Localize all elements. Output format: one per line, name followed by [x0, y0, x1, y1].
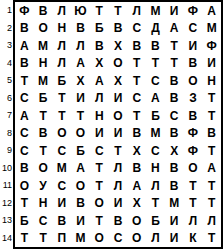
grid-cell[interactable]: И	[165, 2, 184, 20]
grid-cell[interactable]: Т	[127, 72, 146, 90]
grid-cell[interactable]: Н	[90, 107, 109, 125]
grid-cell[interactable]: О	[34, 160, 53, 178]
grid-cell[interactable]: Б	[146, 212, 165, 230]
grid-cell[interactable]: О	[127, 230, 146, 248]
grid-cell[interactable]: А	[15, 107, 34, 125]
grid-cell[interactable]: А	[90, 72, 109, 90]
grid-cell[interactable]: Д	[146, 20, 165, 38]
grid-cell[interactable]: О	[109, 55, 128, 73]
grid-cell[interactable]: В	[34, 2, 53, 20]
grid-cell[interactable]: Т	[165, 55, 184, 73]
grid-cell[interactable]: А	[202, 2, 221, 20]
grid-cell[interactable]: Т	[15, 230, 34, 248]
grid-cell[interactable]: В	[71, 20, 90, 38]
grid-cell[interactable]: С	[90, 142, 109, 160]
grid-cell[interactable]: И	[202, 55, 221, 73]
grid-cell[interactable]: Н	[34, 55, 53, 73]
grid-cell[interactable]: Ф	[15, 2, 34, 20]
grid-cell[interactable]: Х	[109, 37, 128, 55]
grid-cell[interactable]: О	[90, 230, 109, 248]
grid-cell[interactable]: Т	[52, 107, 71, 125]
grid-cell[interactable]: Б	[146, 107, 165, 125]
grid-cell[interactable]: М	[34, 72, 53, 90]
grid-cell[interactable]: О	[109, 107, 128, 125]
grid-cell[interactable]: В	[90, 37, 109, 55]
grid-cell[interactable]: Т	[71, 107, 90, 125]
grid-cell[interactable]: В	[165, 90, 184, 108]
grid-cell[interactable]: М	[34, 37, 53, 55]
grid-cell[interactable]: В	[127, 37, 146, 55]
grid-cell[interactable]: Б	[71, 142, 90, 160]
grid-cell[interactable]: Т	[90, 212, 109, 230]
grid-cell[interactable]: В	[127, 125, 146, 143]
grid-cell[interactable]: С	[34, 212, 53, 230]
grid-cell[interactable]: Т	[202, 107, 221, 125]
word-search-puzzle: 1234567891011121314 ФВЛЮТТЛМИФАВОНВБВСДА…	[0, 0, 223, 249]
grid-cell[interactable]: Т	[165, 37, 184, 55]
grid-cell[interactable]: Т	[90, 2, 109, 20]
grid-cell[interactable]: М	[71, 230, 90, 248]
grid-cell[interactable]: Х	[165, 142, 184, 160]
grid-cell[interactable]: В	[184, 55, 203, 73]
grid-cell[interactable]: О	[184, 160, 203, 178]
grid-cell[interactable]: С	[127, 90, 146, 108]
grid-cell[interactable]: М	[146, 2, 165, 20]
grid-cell[interactable]: Н	[34, 195, 53, 213]
grid-cell[interactable]: Л	[184, 212, 203, 230]
grid-cell[interactable]: С	[52, 142, 71, 160]
grid-cell[interactable]: Ф	[184, 2, 203, 20]
grid-cell[interactable]: Ф	[184, 125, 203, 143]
grid-cell[interactable]: А	[71, 55, 90, 73]
grid-cell[interactable]: С	[52, 177, 71, 195]
grid-cell[interactable]: О	[34, 20, 53, 38]
grid-cell[interactable]: А	[202, 160, 221, 178]
grid-cell[interactable]: Л	[52, 37, 71, 55]
grid-cell[interactable]: Т	[109, 142, 128, 160]
grid-cell[interactable]: Х	[127, 195, 146, 213]
grid-cell[interactable]: В	[109, 212, 128, 230]
grid-cell[interactable]: Ф	[184, 142, 203, 160]
grid-cell[interactable]: И	[165, 230, 184, 248]
grid-cell[interactable]: Н	[146, 160, 165, 178]
grid-cell[interactable]: В	[146, 37, 165, 55]
grid-cell[interactable]: Л	[109, 160, 128, 178]
row-number: 9	[0, 142, 13, 160]
grid-cell[interactable]: В	[202, 125, 221, 143]
grid-cell[interactable]: М	[202, 20, 221, 38]
row-number: 4	[0, 55, 13, 73]
grid-cell[interactable]: С	[146, 142, 165, 160]
grid-cell[interactable]: В	[127, 160, 146, 178]
grid-cell[interactable]: Т	[15, 195, 34, 213]
grid-cell[interactable]: И	[165, 212, 184, 230]
grid-cell[interactable]: Л	[52, 55, 71, 73]
grid-cell[interactable]: Н	[202, 72, 221, 90]
grid-cell[interactable]: А	[165, 20, 184, 38]
grid-cell[interactable]: А	[71, 160, 90, 178]
grid-cell[interactable]: Н	[52, 20, 71, 38]
grid-cell[interactable]: Т	[90, 177, 109, 195]
grid-cell[interactable]: Т	[146, 55, 165, 73]
row-number: 14	[0, 230, 13, 248]
grid-cell[interactable]: С	[15, 90, 34, 108]
word-search-board: ФВЛЮТТЛМИФАВОНВБВСДАСМАМЛЛВХВВТИФВНЛАХОТ…	[13, 0, 223, 249]
grid-cell[interactable]: В	[184, 107, 203, 125]
grid-cell[interactable]: Т	[202, 195, 221, 213]
grid-cell[interactable]: С	[15, 142, 34, 160]
grid-cell[interactable]: Т	[127, 55, 146, 73]
row-number: 8	[0, 125, 13, 143]
grid-cell[interactable]: Т	[202, 142, 221, 160]
row-number: 2	[0, 20, 13, 38]
grid-cell[interactable]: О	[71, 177, 90, 195]
grid-cell[interactable]: Т	[202, 90, 221, 108]
grid-cell[interactable]: Т	[15, 72, 34, 90]
row-number: 5	[0, 72, 13, 90]
grid-cell[interactable]: Т	[127, 107, 146, 125]
grid-cell[interactable]: З	[184, 90, 203, 108]
grid-cell[interactable]: О	[15, 177, 34, 195]
grid-cell[interactable]: Л	[202, 212, 221, 230]
grid-cell[interactable]: С	[109, 230, 128, 248]
grid-cell[interactable]: В	[15, 55, 34, 73]
row-number: 10	[0, 160, 13, 178]
grid-cell[interactable]: Х	[109, 72, 128, 90]
grid-cell[interactable]: Т	[34, 107, 53, 125]
grid-cell[interactable]: В	[71, 195, 90, 213]
grid-cell[interactable]: П	[52, 230, 71, 248]
grid-cell[interactable]: И	[52, 195, 71, 213]
grid-cell[interactable]: И	[109, 195, 128, 213]
grid-cell[interactable]: Т	[109, 2, 128, 20]
grid-cell[interactable]: Л	[146, 230, 165, 248]
grid-cell[interactable]: В	[165, 72, 184, 90]
grid-cell[interactable]: Т	[146, 195, 165, 213]
grid-cell[interactable]: О	[52, 125, 71, 143]
grid-cell[interactable]: С	[146, 72, 165, 90]
row-number: 11	[0, 177, 13, 195]
grid-cell[interactable]: О	[90, 195, 109, 213]
grid-cell[interactable]: О	[71, 125, 90, 143]
grid-cell[interactable]: Т	[90, 160, 109, 178]
grid-cell[interactable]: Л	[127, 2, 146, 20]
grid-cell[interactable]: М	[52, 160, 71, 178]
grid-cell[interactable]: С	[15, 125, 34, 143]
row-number: 3	[0, 37, 13, 55]
grid-cell[interactable]: В	[165, 177, 184, 195]
grid-cell[interactable]: И	[71, 212, 90, 230]
grid-cell[interactable]: И	[109, 90, 128, 108]
grid-cell[interactable]: Л	[90, 90, 109, 108]
grid-cell[interactable]: Х	[90, 55, 109, 73]
grid-cell[interactable]: М	[165, 195, 184, 213]
grid-cell[interactable]: Т	[184, 195, 203, 213]
grid-cell[interactable]: Х	[71, 72, 90, 90]
grid-cell[interactable]: И	[90, 125, 109, 143]
grid-cell[interactable]: Б	[34, 90, 53, 108]
grid-cell[interactable]: Т	[52, 90, 71, 108]
grid-cell[interactable]: А	[127, 177, 146, 195]
grid-cell[interactable]: Л	[146, 177, 165, 195]
grid-cell[interactable]: А	[15, 37, 34, 55]
row-number: 7	[0, 107, 13, 125]
grid-cell[interactable]: И	[71, 90, 90, 108]
grid-cell[interactable]: Л	[71, 37, 90, 55]
row-number: 12	[0, 195, 13, 213]
grid-cell[interactable]: Т	[202, 230, 221, 248]
grid-cell[interactable]: Б	[90, 20, 109, 38]
grid-cell[interactable]: С	[165, 107, 184, 125]
grid-cell[interactable]: Т	[34, 230, 53, 248]
row-numbers: 1234567891011121314	[0, 0, 13, 249]
grid-cell[interactable]: И	[109, 125, 128, 143]
grid-cell[interactable]: В	[34, 125, 53, 143]
row-number: 1	[0, 2, 13, 20]
grid-cell[interactable]: У	[34, 177, 53, 195]
grid-cell[interactable]: Л	[52, 2, 71, 20]
grid-cell[interactable]: С	[127, 20, 146, 38]
grid-cell[interactable]: Ф	[202, 37, 221, 55]
grid-cell[interactable]: В	[52, 212, 71, 230]
grid-cell[interactable]: Ю	[71, 2, 90, 20]
grid-cell[interactable]: В	[15, 160, 34, 178]
grid-cell[interactable]: Т	[184, 177, 203, 195]
grid-cell[interactable]: А	[146, 90, 165, 108]
row-number: 6	[0, 90, 13, 108]
grid-cell[interactable]: В	[109, 20, 128, 38]
row-number: 13	[0, 212, 13, 230]
grid-cell[interactable]: В	[165, 125, 184, 143]
grid-cell[interactable]: Т	[202, 177, 221, 195]
grid-cell[interactable]: С	[184, 20, 203, 38]
grid-cell[interactable]: К	[184, 230, 203, 248]
grid-cell[interactable]: В	[15, 20, 34, 38]
grid-cell[interactable]: О	[127, 212, 146, 230]
grid-cell[interactable]: Л	[109, 177, 128, 195]
grid-cell[interactable]: Б	[15, 212, 34, 230]
grid-cell[interactable]: О	[184, 72, 203, 90]
grid-cell[interactable]: Б	[52, 72, 71, 90]
grid-cell[interactable]: В	[165, 160, 184, 178]
grid-cell[interactable]: Х	[127, 142, 146, 160]
grid-cell[interactable]: Т	[34, 142, 53, 160]
grid-cell[interactable]: М	[146, 125, 165, 143]
grid-cell[interactable]: И	[184, 37, 203, 55]
